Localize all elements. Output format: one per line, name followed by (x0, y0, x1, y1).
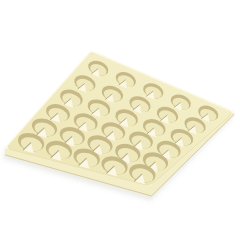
product-photo-stage (0, 0, 240, 240)
mold-tray-image (0, 0, 240, 240)
